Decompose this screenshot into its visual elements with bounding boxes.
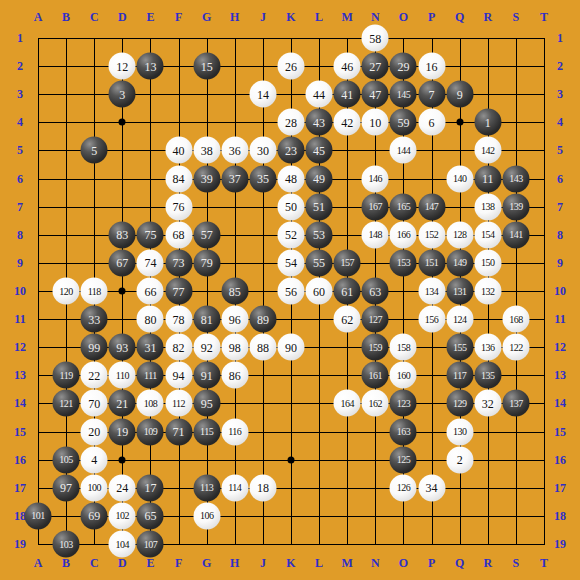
black-stone-J6: 35 [249,165,276,192]
white-stone-H15: 116 [221,418,248,445]
white-stone-L3: 44 [306,81,333,108]
row-label-left-10: 10 [14,285,26,297]
black-stone-G13: 91 [193,362,220,389]
white-stone-N1: 58 [362,25,389,52]
hoshi-D4 [119,119,126,126]
white-stone-C17: 100 [81,474,108,501]
white-stone-R8: 154 [474,221,501,248]
col-label-bottom-J: J [260,557,266,569]
white-stone-M14: 164 [334,390,361,417]
white-stone-P8: 152 [418,221,445,248]
row-label-right-12: 12 [554,341,566,353]
white-stone-G18: 106 [193,502,220,529]
col-label-top-P: P [428,11,435,23]
row-label-left-16: 16 [14,454,26,466]
white-stone-J3: 14 [249,81,276,108]
white-stone-F13: 94 [165,362,192,389]
white-stone-P2: 16 [418,53,445,80]
go-board[interactable]: AABBCCDDEEFFGGHHJJKKLLMMNNOOPPQQRRSSTT11… [0,0,580,580]
white-stone-R14: 32 [474,390,501,417]
white-stone-F8: 68 [165,221,192,248]
black-stone-D14: 21 [109,390,136,417]
white-stone-N14: 162 [362,390,389,417]
black-stone-S6: 143 [502,165,529,192]
row-label-right-11: 11 [554,313,565,325]
white-stone-F12: 82 [165,334,192,361]
black-stone-Q3: 9 [446,81,473,108]
black-stone-D3: 3 [109,81,136,108]
hoshi-D10 [119,288,126,295]
col-label-bottom-R: R [483,557,492,569]
col-label-top-J: J [260,11,266,23]
white-stone-F11: 78 [165,306,192,333]
black-stone-E17: 17 [137,474,164,501]
black-stone-C5: 5 [81,137,108,164]
col-label-top-D: D [118,11,127,23]
white-stone-K6: 48 [278,165,305,192]
white-stone-F7: 76 [165,193,192,220]
black-stone-L4: 43 [306,109,333,136]
row-label-right-3: 3 [557,88,563,100]
black-stone-Q9: 149 [446,249,473,276]
col-label-bottom-P: P [428,557,435,569]
black-stone-N12: 159 [362,334,389,361]
black-stone-Q10: 131 [446,278,473,305]
white-stone-M4: 42 [334,109,361,136]
black-stone-N2: 27 [362,53,389,80]
black-stone-G15: 115 [193,418,220,445]
row-label-right-17: 17 [554,482,566,494]
black-stone-E13: 111 [137,362,164,389]
white-stone-D18: 102 [109,502,136,529]
row-label-right-2: 2 [557,60,563,72]
col-label-top-T: T [540,11,548,23]
white-stone-G12: 92 [193,334,220,361]
black-stone-S8: 141 [502,221,529,248]
black-stone-G11: 81 [193,306,220,333]
row-label-right-9: 9 [557,257,563,269]
white-stone-O8: 166 [390,221,417,248]
black-stone-O4: 59 [390,109,417,136]
grid-vline-S [516,38,517,545]
row-label-right-8: 8 [557,229,563,241]
black-stone-N3: 47 [362,81,389,108]
col-label-top-K: K [286,11,295,23]
black-stone-K5: 23 [278,137,305,164]
white-stone-M2: 46 [334,53,361,80]
white-stone-K2: 26 [278,53,305,80]
row-label-left-3: 3 [17,88,23,100]
black-stone-O14: 123 [390,390,417,417]
black-stone-E15: 109 [137,418,164,445]
row-label-left-13: 13 [14,369,26,381]
col-label-bottom-Q: Q [455,557,464,569]
white-stone-D13: 110 [109,362,136,389]
col-label-bottom-K: K [286,557,295,569]
black-stone-L5: 45 [306,137,333,164]
row-label-left-19: 19 [14,538,26,550]
black-stone-E8: 75 [137,221,164,248]
row-label-left-8: 8 [17,229,23,241]
grid-vline-T [544,38,545,545]
black-stone-L8: 53 [306,221,333,248]
white-stone-D17: 24 [109,474,136,501]
col-label-bottom-F: F [175,557,182,569]
black-stone-C12: 99 [81,334,108,361]
black-stone-G8: 57 [193,221,220,248]
black-stone-E12: 31 [137,334,164,361]
hoshi-K16 [288,456,295,463]
white-stone-R12: 136 [474,334,501,361]
col-label-bottom-H: H [230,557,239,569]
white-stone-E9: 74 [137,249,164,276]
black-stone-F10: 77 [165,278,192,305]
row-label-right-1: 1 [557,32,563,44]
black-stone-N13: 161 [362,362,389,389]
white-stone-P4: 6 [418,109,445,136]
row-label-left-6: 6 [17,173,23,185]
black-stone-E2: 13 [137,53,164,80]
col-label-top-S: S [513,11,520,23]
black-stone-Q13: 117 [446,362,473,389]
white-stone-K9: 54 [278,249,305,276]
black-stone-O9: 153 [390,249,417,276]
white-stone-O17: 126 [390,474,417,501]
black-stone-H10: 85 [221,278,248,305]
col-label-top-E: E [146,11,154,23]
row-label-right-6: 6 [557,173,563,185]
col-label-top-F: F [175,11,182,23]
black-stone-C18: 69 [81,502,108,529]
black-stone-N7: 167 [362,193,389,220]
white-stone-F5: 40 [165,137,192,164]
col-label-top-G: G [202,11,211,23]
white-stone-Q16: 2 [446,446,473,473]
black-stone-D15: 19 [109,418,136,445]
col-label-top-O: O [399,11,408,23]
white-stone-K7: 50 [278,193,305,220]
white-stone-H5: 36 [221,137,248,164]
white-stone-D19: 104 [109,531,136,558]
black-stone-F15: 71 [165,418,192,445]
col-label-top-C: C [90,11,99,23]
white-stone-S11: 168 [502,306,529,333]
black-stone-D12: 93 [109,334,136,361]
hoshi-Q4 [456,119,463,126]
hoshi-D16 [119,456,126,463]
white-stone-N8: 148 [362,221,389,248]
white-stone-Q11: 124 [446,306,473,333]
white-stone-C13: 22 [81,362,108,389]
col-label-bottom-G: G [202,557,211,569]
col-label-top-B: B [62,11,70,23]
row-label-left-5: 5 [17,144,23,156]
white-stone-B10: 120 [53,278,80,305]
row-label-left-4: 4 [17,116,23,128]
col-label-bottom-E: E [146,557,154,569]
black-stone-G9: 79 [193,249,220,276]
black-stone-L7: 51 [306,193,333,220]
white-stone-O13: 160 [390,362,417,389]
col-label-bottom-O: O [399,557,408,569]
black-stone-H6: 37 [221,165,248,192]
black-stone-S7: 139 [502,193,529,220]
white-stone-G5: 38 [193,137,220,164]
white-stone-K8: 52 [278,221,305,248]
black-stone-G6: 39 [193,165,220,192]
row-label-left-9: 9 [17,257,23,269]
col-label-bottom-D: D [118,557,127,569]
black-stone-G14: 95 [193,390,220,417]
white-stone-E10: 66 [137,278,164,305]
col-label-bottom-M: M [342,557,353,569]
black-stone-R6: 11 [474,165,501,192]
black-stone-D8: 83 [109,221,136,248]
row-label-left-12: 12 [14,341,26,353]
col-label-bottom-N: N [371,557,380,569]
white-stone-Q6: 140 [446,165,473,192]
black-stone-C11: 33 [81,306,108,333]
white-stone-J12: 88 [249,334,276,361]
row-label-left-7: 7 [17,201,23,213]
white-stone-H17: 114 [221,474,248,501]
col-label-bottom-S: S [513,557,520,569]
black-stone-B13: 119 [53,362,80,389]
row-label-left-17: 17 [14,482,26,494]
black-stone-A18: 101 [25,502,52,529]
col-label-bottom-L: L [315,557,323,569]
black-stone-P7: 147 [418,193,445,220]
white-stone-P17: 34 [418,474,445,501]
row-label-right-5: 5 [557,144,563,156]
black-stone-O2: 29 [390,53,417,80]
white-stone-P10: 134 [418,278,445,305]
white-stone-E11: 80 [137,306,164,333]
white-stone-N6: 146 [362,165,389,192]
white-stone-H12: 98 [221,334,248,361]
white-stone-O5: 144 [390,137,417,164]
row-label-right-10: 10 [554,285,566,297]
col-label-bottom-C: C [90,557,99,569]
row-label-right-14: 14 [554,397,566,409]
white-stone-Q15: 130 [446,418,473,445]
row-label-right-18: 18 [554,510,566,522]
row-label-right-7: 7 [557,201,563,213]
black-stone-O3: 145 [390,81,417,108]
white-stone-K4: 28 [278,109,305,136]
black-stone-L6: 49 [306,165,333,192]
col-label-top-H: H [230,11,239,23]
black-stone-J11: 89 [249,306,276,333]
black-stone-P9: 151 [418,249,445,276]
black-stone-Q12: 155 [446,334,473,361]
black-stone-D9: 67 [109,249,136,276]
white-stone-K12: 90 [278,334,305,361]
white-stone-Q8: 128 [446,221,473,248]
white-stone-P11: 156 [418,306,445,333]
black-stone-Q14: 129 [446,390,473,417]
black-stone-R13: 135 [474,362,501,389]
row-label-left-15: 15 [14,426,26,438]
black-stone-N10: 63 [362,278,389,305]
col-label-bottom-B: B [62,557,70,569]
white-stone-N4: 10 [362,109,389,136]
black-stone-M3: 41 [334,81,361,108]
row-label-right-15: 15 [554,426,566,438]
col-label-top-L: L [315,11,323,23]
black-stone-L9: 55 [306,249,333,276]
white-stone-C15: 20 [81,418,108,445]
white-stone-D2: 12 [109,53,136,80]
row-label-left-14: 14 [14,397,26,409]
black-stone-F9: 73 [165,249,192,276]
white-stone-C16: 4 [81,446,108,473]
black-stone-B14: 121 [53,390,80,417]
col-label-top-Q: Q [455,11,464,23]
white-stone-R9: 150 [474,249,501,276]
white-stone-R10: 132 [474,278,501,305]
black-stone-E18: 65 [137,502,164,529]
row-label-right-13: 13 [554,369,566,381]
row-label-left-1: 1 [17,32,23,44]
black-stone-M10: 61 [334,278,361,305]
black-stone-P3: 7 [418,81,445,108]
black-stone-O16: 125 [390,446,417,473]
row-label-left-2: 2 [17,60,23,72]
white-stone-C14: 70 [81,390,108,417]
black-stone-B16: 105 [53,446,80,473]
white-stone-O12: 158 [390,334,417,361]
black-stone-M9: 157 [334,249,361,276]
black-stone-G17: 113 [193,474,220,501]
col-label-top-R: R [483,11,492,23]
black-stone-B17: 97 [53,474,80,501]
black-stone-O15: 163 [390,418,417,445]
col-label-top-M: M [342,11,353,23]
white-stone-M11: 62 [334,306,361,333]
col-label-bottom-A: A [34,557,43,569]
white-stone-E14: 108 [137,390,164,417]
col-label-bottom-T: T [540,557,548,569]
row-label-right-19: 19 [554,538,566,550]
white-stone-H13: 86 [221,362,248,389]
white-stone-H11: 96 [221,306,248,333]
col-label-top-N: N [371,11,380,23]
white-stone-J17: 18 [249,474,276,501]
white-stone-K10: 56 [278,278,305,305]
white-stone-F6: 84 [165,165,192,192]
white-stone-R7: 138 [474,193,501,220]
white-stone-L10: 60 [306,278,333,305]
col-label-top-A: A [34,11,43,23]
black-stone-B19: 103 [53,531,80,558]
black-stone-R4: 1 [474,109,501,136]
row-label-right-4: 4 [557,116,563,128]
black-stone-N11: 127 [362,306,389,333]
white-stone-R5: 142 [474,137,501,164]
row-label-left-11: 11 [14,313,25,325]
black-stone-O7: 165 [390,193,417,220]
black-stone-S14: 137 [502,390,529,417]
row-label-right-16: 16 [554,454,566,466]
black-stone-G2: 15 [193,53,220,80]
white-stone-J5: 30 [249,137,276,164]
white-stone-S12: 122 [502,334,529,361]
black-stone-E19: 107 [137,531,164,558]
white-stone-F14: 112 [165,390,192,417]
white-stone-C10: 118 [81,278,108,305]
